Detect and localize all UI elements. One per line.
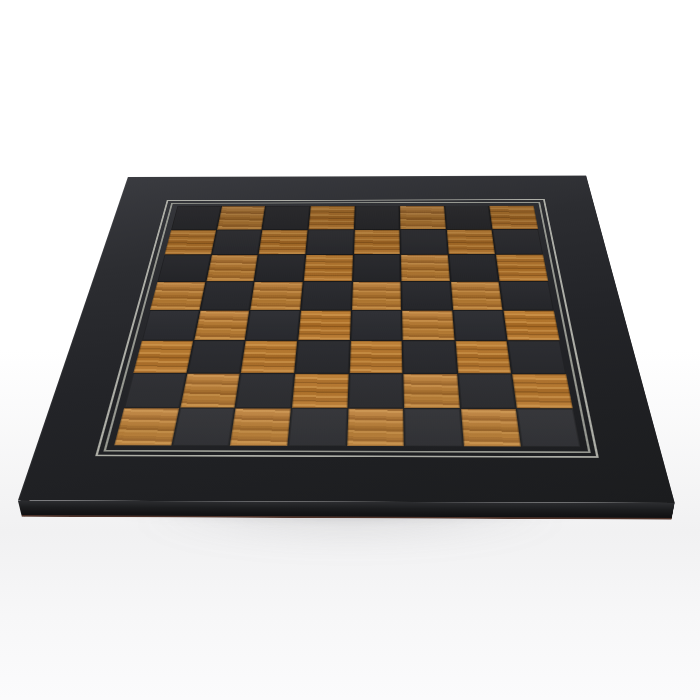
square-r6c1-light	[133, 341, 192, 373]
square-r7c6-light	[404, 374, 460, 409]
square-r7c7-dark	[458, 374, 516, 409]
square-r2c2-dark	[212, 230, 262, 255]
square-r2c3-light	[259, 230, 308, 255]
square-r3c8-light	[496, 255, 548, 281]
square-r2c1-light	[165, 230, 216, 255]
square-r5c2-light	[194, 310, 250, 340]
square-r5c4-light	[298, 310, 350, 340]
pinstripe-inner-border	[103, 202, 590, 453]
square-r8c6-dark	[404, 409, 462, 446]
square-r2c8-dark	[493, 229, 543, 254]
square-r2c6-dark	[400, 230, 447, 255]
square-r8c5-light	[347, 409, 404, 446]
square-r4c2-dark	[200, 282, 254, 310]
square-r2c4-dark	[306, 230, 353, 255]
square-r5c5-dark	[350, 310, 401, 340]
square-r2c5-light	[353, 230, 400, 255]
square-r6c5-light	[349, 341, 402, 373]
square-r3c4-light	[304, 255, 353, 281]
square-r1c3-dark	[263, 206, 310, 229]
square-r2c7-light	[447, 229, 496, 254]
square-r3c5-dark	[353, 255, 401, 281]
square-r6c2-dark	[187, 341, 245, 373]
square-r7c1-dark	[124, 373, 186, 407]
square-r7c5-dark	[348, 374, 403, 409]
square-r3c6-light	[401, 255, 450, 281]
square-r6c8-dark	[508, 341, 566, 373]
square-r6c4-dark	[295, 341, 349, 373]
square-r3c1-dark	[158, 255, 211, 281]
board-front-edge	[18, 500, 675, 519]
square-r1c5-dark	[354, 206, 399, 229]
square-r4c8-dark	[500, 282, 554, 310]
pinstripe-outer-border	[95, 199, 599, 458]
square-r8c8-dark	[517, 409, 580, 446]
square-r5c7-dark	[453, 310, 507, 340]
perspective-scene	[0, 0, 700, 700]
square-r7c4-light	[292, 374, 348, 409]
square-r5c6-light	[402, 310, 454, 340]
square-r4c5-light	[352, 282, 402, 310]
studio-background	[0, 0, 700, 700]
square-r7c2-light	[180, 373, 240, 407]
square-r6c3-light	[241, 341, 297, 373]
square-r1c2-light	[217, 206, 265, 229]
square-r4c3-light	[251, 282, 303, 310]
square-r3c3-dark	[255, 255, 305, 281]
square-r8c1-light	[114, 408, 178, 445]
square-r5c8-light	[504, 310, 560, 340]
board-grid	[114, 206, 580, 447]
square-r4c6-dark	[402, 282, 452, 310]
square-r3c7-dark	[449, 255, 499, 281]
square-r8c7-light	[461, 409, 522, 446]
square-r3c2-light	[206, 255, 258, 281]
square-r7c8-light	[513, 374, 573, 409]
square-r4c7-light	[451, 282, 503, 310]
square-r1c1-dark	[171, 206, 221, 229]
square-r8c2-dark	[172, 409, 234, 446]
square-r4c4-dark	[301, 282, 352, 310]
square-r6c6-dark	[403, 341, 457, 373]
square-r4c1-light	[150, 282, 205, 310]
board-top-face	[18, 176, 675, 503]
square-r1c7-dark	[445, 206, 492, 229]
square-r1c8-light	[490, 206, 539, 229]
square-r8c3-light	[230, 409, 291, 446]
square-r5c1-dark	[142, 310, 199, 340]
chessboard	[18, 176, 675, 503]
square-r6c7-light	[455, 341, 511, 373]
square-r8c4-dark	[288, 409, 347, 446]
square-r7c3-dark	[236, 374, 294, 409]
square-r1c4-light	[308, 206, 354, 229]
square-r1c6-light	[400, 206, 446, 229]
square-r5c3-dark	[246, 310, 300, 340]
